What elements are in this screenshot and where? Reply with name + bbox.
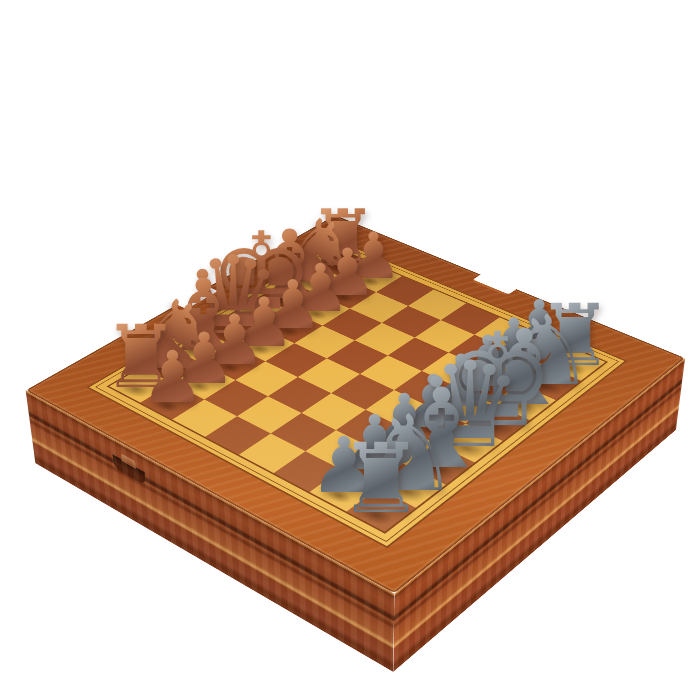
square-a4[interactable] (239, 433, 306, 473)
square-c5[interactable] (268, 377, 331, 413)
square-b5[interactable] (237, 396, 301, 433)
square-a5[interactable] (205, 416, 271, 454)
chess-set-product-photo: ♜♟♞♟♝♟♚♟♛♟♝♟♟♜♞♟♟♞♜♟♟♝♟♚♟♛♟♝♟♞♟♜ (0, 0, 700, 700)
piece-white-rook-a1[interactable]: ♜ (338, 431, 424, 527)
lid-finger-notch (112, 454, 145, 485)
piece-black-pawn-a7[interactable]: ♟ (140, 342, 204, 414)
